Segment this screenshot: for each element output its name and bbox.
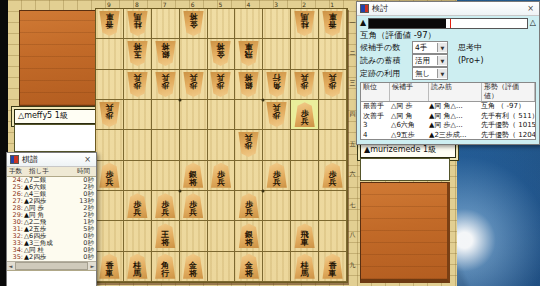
analysis-control-row-2: 定跡の利用無し▼ — [360, 67, 536, 80]
piece-歩兵-sente[interactable]: 歩兵 — [99, 163, 120, 188]
evaluation-bar — [368, 18, 528, 29]
square-9五[interactable] — [96, 130, 124, 160]
piece-飛車-gote[interactable]: 飛車 — [238, 41, 259, 66]
analysis-control-row-1: 読みの蓄積活用▼(Pro+) — [360, 54, 536, 67]
piece-歩兵-sente[interactable]: 歩兵 — [127, 193, 148, 218]
square-4一[interactable] — [235, 9, 263, 39]
square-8九[interactable]: 桂馬 — [124, 252, 152, 282]
square-4六[interactable] — [235, 161, 263, 191]
file-label-7: 7 — [151, 1, 179, 8]
square-7七[interactable]: 歩兵 — [152, 191, 180, 221]
kifu-col-time: 時間 — [75, 167, 96, 176]
square-2六[interactable] — [291, 161, 319, 191]
file-label-9: 9 — [95, 1, 123, 8]
square-1八[interactable] — [319, 221, 347, 251]
piece-歩兵-sente[interactable]: 歩兵 — [266, 163, 287, 188]
square-7四[interactable] — [152, 100, 180, 130]
square-3七[interactable] — [263, 191, 291, 221]
square-7一[interactable] — [152, 9, 180, 39]
square-2七[interactable] — [291, 191, 319, 221]
square-7二[interactable]: 銀将 — [152, 39, 180, 69]
square-2八[interactable]: 飛車 — [291, 221, 319, 251]
square-5五[interactable] — [208, 130, 236, 160]
square-8七[interactable]: 歩兵 — [124, 191, 152, 221]
square-5三[interactable]: 歩兵 — [208, 70, 236, 100]
square-9六[interactable]: 歩兵 — [96, 161, 124, 191]
file-label-1: 1 — [318, 1, 346, 8]
square-5八[interactable] — [208, 221, 236, 251]
square-5九[interactable] — [208, 252, 236, 282]
piece-金将-sente[interactable]: 金将 — [183, 254, 204, 279]
dropdown-0[interactable]: 4手▼ — [412, 41, 448, 54]
square-3四[interactable]: 歩兵 — [263, 100, 291, 130]
piece-歩兵-gote[interactable]: 歩兵 — [99, 102, 120, 127]
kifu-close-button[interactable]: × — [82, 154, 93, 165]
piece-角行-sente[interactable]: 角行 — [155, 254, 176, 279]
piece-玉将-gote[interactable]: 玉将 — [127, 41, 148, 66]
square-6九[interactable]: 金将 — [180, 252, 208, 282]
square-4二[interactable]: 飛車 — [235, 39, 263, 69]
piece-歩兵-gote[interactable]: 歩兵 — [322, 72, 343, 97]
square-1三[interactable]: 歩兵 — [319, 70, 347, 100]
evaluation-text: 互角（評価値 -97） — [360, 29, 536, 41]
kifu-horizontal-scrollbar[interactable]: ◄ ► — [7, 261, 96, 270]
square-1五[interactable] — [319, 130, 347, 160]
analysis-titlebar[interactable]: 検討 × — [357, 2, 539, 16]
piece-銀将-gote[interactable]: 銀将 — [238, 72, 259, 97]
kifu-titlebar[interactable]: 棋譜 × — [7, 153, 96, 167]
piece-歩兵-gote[interactable]: 歩兵 — [155, 72, 176, 97]
control-status-text: 思考中 — [458, 42, 482, 53]
file-label-6: 6 — [179, 1, 207, 8]
piece-歩兵-sente[interactable]: 歩兵 — [210, 163, 231, 188]
table-header: 候補手 — [390, 83, 429, 101]
square-7八[interactable]: 王将 — [152, 221, 180, 251]
square-3二[interactable] — [263, 39, 291, 69]
evaluation-bar-row: ▲ △ — [360, 17, 536, 29]
table-header: 形勢（評価値） — [482, 83, 535, 101]
piece-歩兵-gote[interactable]: 歩兵 — [183, 72, 204, 97]
square-3三[interactable]: 角行 — [263, 70, 291, 100]
square-3一[interactable] — [263, 9, 291, 39]
analysis-app-icon — [360, 4, 369, 13]
square-5七[interactable] — [208, 191, 236, 221]
square-6六[interactable]: 銀将 — [180, 161, 208, 191]
kifu-column-headers: 手数 指し手 時間 — [7, 167, 96, 177]
square-1九[interactable]: 香車 — [319, 252, 347, 282]
square-2一[interactable]: 桂馬 — [291, 9, 319, 39]
sente-marker-icon: ▲ — [360, 18, 366, 28]
evaluation-bar-red-marker — [450, 19, 452, 28]
square-7五[interactable] — [152, 130, 180, 160]
analysis-controls: 候補手の数4手▼思考中読みの蓄積活用▼(Pro+)定跡の利用無し▼ — [360, 41, 536, 80]
candidate-row-4[interactable]: 4△9五歩▲2三歩成...先手優勢（ 1204） — [361, 131, 535, 141]
square-3九[interactable] — [263, 252, 291, 282]
analysis-window-title: 検討 — [372, 3, 525, 14]
square-4五[interactable]: 歩兵 — [235, 130, 263, 160]
shogi-board: 香車桂馬金将桂馬香車玉将銀将金将飛車歩兵歩兵歩兵歩兵銀将角行歩兵歩兵歩兵歩兵歩兵… — [95, 8, 348, 283]
square-6三[interactable]: 歩兵 — [180, 70, 208, 100]
analysis-window: 検討 × ▲ △ 互角（評価値 -97） 候補手の数4手▼思考中読みの蓄積活用▼… — [356, 1, 540, 145]
rank-label: 六 — [348, 160, 357, 190]
board-file-coordinates: 987654321 — [95, 1, 346, 8]
piece-香車-gote[interactable]: 香車 — [322, 11, 343, 36]
piece-桂馬-sente[interactable]: 桂馬 — [294, 254, 315, 279]
square-2五[interactable] — [291, 130, 319, 160]
candidate-table-headers: 順位候補手読み筋形勢（評価値） — [361, 83, 535, 102]
square-6二[interactable] — [180, 39, 208, 69]
piece-歩兵-gote[interactable]: 歩兵 — [294, 72, 315, 97]
piece-歩兵-sente[interactable]: 歩兵 — [155, 193, 176, 218]
dropdown-2[interactable]: 無し▼ — [412, 67, 448, 80]
square-3五[interactable] — [263, 130, 291, 160]
dropdown-1[interactable]: 活用▼ — [412, 54, 448, 67]
control-label: 候補手の数 — [360, 42, 412, 53]
square-9三[interactable] — [96, 70, 124, 100]
piece-飛車-sente[interactable]: 飛車 — [294, 223, 315, 248]
piece-歩兵-gote[interactable]: 歩兵 — [238, 132, 259, 157]
square-4九[interactable]: 金将 — [235, 252, 263, 282]
candidate-row-最善手[interactable]: 最善手△同 歩▲同 角△...互角 （ -97） — [361, 102, 535, 112]
control-status-text: (Pro+) — [458, 56, 484, 65]
rank-label: 八 — [348, 220, 357, 250]
square-9一[interactable]: 香車 — [96, 9, 124, 39]
scroll-right-arrow-icon[interactable]: ► — [89, 263, 96, 269]
gote-player-label: △meffy5 1級 — [14, 109, 102, 124]
kifu-move-list[interactable]: 24:△7二銀0秒25:▲6六銀2秒26:△4三銀0秒27:▲2四歩13秒28:… — [7, 177, 96, 261]
file-label-2: 2 — [290, 1, 318, 8]
kifu-col-moveno: 手数 — [7, 167, 27, 176]
square-1一[interactable]: 香車 — [319, 9, 347, 39]
square-9七[interactable] — [96, 191, 124, 221]
square-2四[interactable]: 歩兵 — [291, 100, 319, 130]
candidate-row-次善手[interactable]: 次善手△同 角▲同 角△...先手有利（ 511） — [361, 112, 535, 122]
file-label-3: 3 — [262, 1, 290, 8]
analysis-control-row-0: 候補手の数4手▼思考中 — [360, 41, 536, 54]
square-2九[interactable]: 桂馬 — [291, 252, 319, 282]
square-5六[interactable]: 歩兵 — [208, 161, 236, 191]
square-1四[interactable] — [319, 100, 347, 130]
kifu-col-move: 指し手 — [27, 167, 75, 176]
kifu-app-icon — [10, 155, 19, 164]
square-9九[interactable]: 香車 — [96, 252, 124, 282]
chevron-down-icon[interactable]: ▼ — [437, 56, 447, 65]
rank-label: 七 — [348, 190, 357, 220]
square-1六[interactable]: 歩兵 — [319, 161, 347, 191]
kifu-row-35[interactable]: 35:▲2四歩0秒 — [7, 254, 96, 261]
hoshi-dot — [178, 99, 181, 102]
square-6七[interactable]: 歩兵 — [180, 191, 208, 221]
square-5二[interactable]: 金将 — [208, 39, 236, 69]
piece-金将-gote[interactable]: 金将 — [210, 41, 231, 66]
sente-piece-stand[interactable] — [360, 182, 450, 283]
candidate-table-rows: 最善手△同 歩▲同 角△...互角 （ -97）次善手△同 角▲同 角△...先… — [361, 102, 535, 140]
piece-歩兵-sente[interactable]: 歩兵 — [183, 193, 204, 218]
control-label: 読みの蓄積 — [360, 55, 412, 66]
gote-piece-stand[interactable] — [19, 10, 99, 109]
square-1七[interactable] — [319, 191, 347, 221]
piece-王将-sente[interactable]: 王将 — [155, 223, 176, 248]
piece-歩兵-gote[interactable]: 歩兵 — [266, 102, 287, 127]
square-8五[interactable] — [124, 130, 152, 160]
square-4七[interactable]: 歩兵 — [235, 191, 263, 221]
piece-香車-sente[interactable]: 香車 — [99, 254, 120, 279]
square-8六[interactable] — [124, 161, 152, 191]
analysis-close-button[interactable]: × — [525, 3, 536, 14]
piece-金将-sente[interactable]: 金将 — [238, 254, 259, 279]
candidate-moves-table[interactable]: 順位候補手読み筋形勢（評価値） 最善手△同 歩▲同 角△...互角 （ -97）… — [360, 82, 536, 140]
file-label-5: 5 — [207, 1, 235, 8]
table-header: 順位 — [361, 83, 390, 101]
rank-label: 九 — [348, 251, 357, 281]
square-9八[interactable] — [96, 221, 124, 251]
square-8一[interactable]: 桂馬 — [124, 9, 152, 39]
piece-歩兵-gote[interactable]: 歩兵 — [127, 72, 148, 97]
sente-clock-box — [360, 158, 450, 181]
piece-銀将-sente[interactable]: 銀将 — [183, 163, 204, 188]
square-9四[interactable]: 歩兵 — [96, 100, 124, 130]
square-8二[interactable]: 玉将 — [124, 39, 152, 69]
scrollbar-thumb[interactable] — [15, 262, 88, 270]
square-6四[interactable] — [180, 100, 208, 130]
piece-桂馬-gote[interactable]: 桂馬 — [294, 11, 315, 36]
square-5四[interactable] — [208, 100, 236, 130]
piece-歩兵-gote[interactable]: 歩兵 — [210, 72, 231, 97]
square-6八[interactable] — [180, 221, 208, 251]
kifu-window: 棋譜 × 手数 指し手 時間 24:△7二銀0秒25:▲6六銀2秒26:△4三銀… — [6, 152, 97, 286]
table-header: 読み筋 — [429, 83, 482, 101]
square-9二[interactable] — [96, 39, 124, 69]
square-3六[interactable]: 歩兵 — [263, 161, 291, 191]
gote-marker-icon: △ — [530, 18, 536, 28]
chevron-down-icon[interactable]: ▼ — [437, 69, 447, 78]
square-2三[interactable]: 歩兵 — [291, 70, 319, 100]
sente-player-label: ▲murizemede 1級 — [360, 143, 456, 158]
square-4三[interactable]: 銀将 — [235, 70, 263, 100]
square-6五[interactable] — [180, 130, 208, 160]
square-1二[interactable] — [319, 39, 347, 69]
candidate-row-3[interactable]: 3△6六角▲同 歩△...先手優勢（ 1015） — [361, 121, 535, 131]
hoshi-dot — [262, 99, 265, 102]
kifu-comment-box[interactable] — [7, 270, 96, 286]
kifu-window-title: 棋譜 — [22, 154, 82, 165]
square-7三[interactable]: 歩兵 — [152, 70, 180, 100]
piece-歩兵-sente[interactable]: 歩兵 — [238, 193, 259, 218]
square-8八[interactable] — [124, 221, 152, 251]
file-label-8: 8 — [123, 1, 151, 8]
piece-金将-gote[interactable]: 金将 — [183, 11, 204, 36]
piece-銀将-sente[interactable]: 銀将 — [238, 223, 259, 248]
scroll-left-arrow-icon[interactable]: ◄ — [7, 263, 14, 269]
square-8三[interactable]: 歩兵 — [124, 70, 152, 100]
piece-歩兵-sente[interactable]: 歩兵 — [294, 102, 315, 127]
piece-銀将-gote[interactable]: 銀将 — [155, 41, 176, 66]
hoshi-dot — [178, 190, 181, 193]
square-2二[interactable] — [291, 39, 319, 69]
piece-角行-gote[interactable]: 角行 — [266, 72, 287, 97]
piece-桂馬-sente[interactable]: 桂馬 — [127, 254, 148, 279]
chevron-down-icon[interactable]: ▼ — [437, 43, 447, 52]
square-6一[interactable]: 金将 — [180, 9, 208, 39]
gote-clock-box — [14, 124, 98, 152]
square-4四[interactable] — [235, 100, 263, 130]
file-label-4: 4 — [234, 1, 262, 8]
piece-香車-gote[interactable]: 香車 — [99, 11, 120, 36]
square-5一[interactable] — [208, 9, 236, 39]
piece-桂馬-gote[interactable]: 桂馬 — [127, 11, 148, 36]
piece-歩兵-sente[interactable]: 歩兵 — [322, 163, 343, 188]
square-3八[interactable] — [263, 221, 291, 251]
square-4八[interactable]: 銀将 — [235, 221, 263, 251]
hoshi-dot — [262, 190, 265, 193]
square-8四[interactable] — [124, 100, 152, 130]
evaluation-bar-black-fill — [369, 19, 446, 28]
square-7九[interactable]: 角行 — [152, 252, 180, 282]
piece-香車-sente[interactable]: 香車 — [322, 254, 343, 279]
control-label: 定跡の利用 — [360, 68, 412, 79]
square-7六[interactable] — [152, 161, 180, 191]
